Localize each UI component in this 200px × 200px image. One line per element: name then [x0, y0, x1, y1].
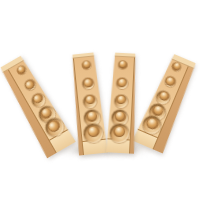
- cylinder-block-2-cylinder-5-knob: [88, 126, 98, 136]
- cylinder-block-3-cylinder-2-knob: [118, 78, 125, 85]
- cylinder-block-4-body: [132, 52, 200, 153]
- cylinder-block-4: [132, 52, 200, 153]
- cylinder-block-3: [106, 52, 139, 153]
- cylinder-block-3-cylinder-5-knob: [114, 126, 123, 135]
- cylinder-block-2-cylinder-3-knob: [85, 95, 93, 103]
- cylinder-block-1-body: [0, 53, 75, 158]
- cylinder-block-1: [0, 53, 75, 158]
- cylinder-block-3-cylinder-3-knob: [117, 95, 124, 102]
- cylinder-block-2-cylinder-2-knob: [84, 78, 92, 86]
- product-photo: [0, 0, 200, 200]
- cylinder-block-3-body: [106, 52, 139, 153]
